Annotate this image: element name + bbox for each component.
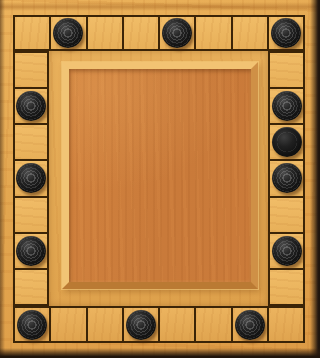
track-square-bottom-2[interactable] bbox=[51, 308, 85, 341]
black-disc[interactable] bbox=[162, 18, 192, 48]
track-square-bottom-4[interactable] bbox=[124, 308, 158, 341]
black-disc[interactable] bbox=[16, 163, 46, 193]
black-disc[interactable] bbox=[272, 91, 302, 121]
track-square-right-4[interactable] bbox=[270, 161, 303, 195]
track-square-bottom-6[interactable] bbox=[196, 308, 230, 341]
black-disc[interactable] bbox=[53, 18, 83, 48]
track-square-bottom-8[interactable] bbox=[269, 308, 303, 341]
track-right-column bbox=[268, 51, 305, 306]
track-square-left-2[interactable] bbox=[15, 89, 47, 123]
track-square-top-4[interactable] bbox=[124, 17, 158, 49]
track-square-top-2[interactable] bbox=[51, 17, 85, 49]
board-photo bbox=[0, 0, 320, 358]
black-disc[interactable] bbox=[271, 18, 301, 48]
track-square-bottom-7[interactable] bbox=[233, 308, 267, 341]
track-square-top-1[interactable] bbox=[15, 17, 49, 49]
black-disc[interactable] bbox=[235, 310, 265, 340]
track-square-left-6[interactable] bbox=[15, 234, 47, 268]
center-raised-panel bbox=[62, 62, 258, 289]
track-square-left-4[interactable] bbox=[15, 161, 47, 195]
track-top-row bbox=[13, 15, 305, 51]
board-bottom-edge bbox=[0, 348, 320, 358]
track-left-column bbox=[13, 51, 49, 306]
black-disc[interactable] bbox=[16, 91, 46, 121]
track-square-left-7[interactable] bbox=[15, 270, 47, 304]
track-square-right-3[interactable] bbox=[270, 125, 303, 159]
frame-grain bbox=[0, 2, 320, 11]
track-bottom-row bbox=[13, 306, 305, 343]
track-square-left-5[interactable] bbox=[15, 198, 47, 232]
black-disc[interactable] bbox=[272, 127, 302, 157]
track-square-right-5[interactable] bbox=[270, 198, 303, 232]
black-disc[interactable] bbox=[272, 163, 302, 193]
track-square-top-8[interactable] bbox=[269, 17, 303, 49]
black-disc[interactable] bbox=[16, 236, 46, 266]
track-square-top-6[interactable] bbox=[196, 17, 230, 49]
black-disc[interactable] bbox=[272, 236, 302, 266]
black-disc[interactable] bbox=[126, 310, 156, 340]
track-square-right-1[interactable] bbox=[270, 53, 303, 87]
center-panel-face bbox=[69, 69, 251, 282]
track-square-bottom-5[interactable] bbox=[160, 308, 194, 341]
track-square-left-1[interactable] bbox=[15, 53, 47, 87]
track-square-bottom-3[interactable] bbox=[88, 308, 122, 341]
track-square-left-3[interactable] bbox=[15, 125, 47, 159]
track-square-top-5[interactable] bbox=[160, 17, 194, 49]
track-square-right-6[interactable] bbox=[270, 234, 303, 268]
board-right-edge bbox=[310, 0, 320, 358]
board-left-edge bbox=[0, 0, 5, 358]
track-square-right-7[interactable] bbox=[270, 270, 303, 304]
black-disc[interactable] bbox=[17, 310, 47, 340]
track-square-top-7[interactable] bbox=[233, 17, 267, 49]
track-square-top-3[interactable] bbox=[88, 17, 122, 49]
track-square-right-2[interactable] bbox=[270, 89, 303, 123]
track-square-bottom-1[interactable] bbox=[15, 308, 49, 341]
